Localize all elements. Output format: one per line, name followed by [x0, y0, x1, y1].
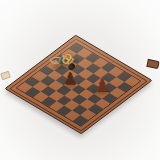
- piece-black-pawn-right[interactable]: ♟: [94, 76, 110, 94]
- board-corner-tab-right: [146, 59, 159, 69]
- chess-board: [4, 34, 152, 133]
- board-corner-tab-left: [0, 71, 11, 80]
- chessboard-photo-scene: ♘ ♔ ♟ ♟: [0, 0, 160, 160]
- piece-black-pawn-center[interactable]: ♟: [63, 70, 77, 87]
- board-grid: [15, 42, 141, 126]
